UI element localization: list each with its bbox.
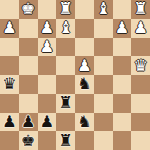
square-b6[interactable]	[19, 38, 38, 57]
square-c8[interactable]	[38, 0, 57, 19]
square-h4[interactable]	[131, 75, 150, 94]
square-f8[interactable]: ♝	[94, 0, 113, 19]
piece-white-rook[interactable]: ♜	[58, 1, 72, 17]
square-a4[interactable]: ♛	[0, 75, 19, 94]
piece-white-bishop[interactable]: ♝	[96, 1, 110, 17]
square-h2[interactable]	[131, 113, 150, 132]
square-g4[interactable]	[113, 75, 132, 94]
square-c3[interactable]	[38, 94, 57, 113]
square-h6[interactable]	[131, 38, 150, 57]
square-d8[interactable]: ♜	[56, 0, 75, 19]
square-g3[interactable]	[113, 94, 132, 113]
piece-white-pawn[interactable]: ♟	[133, 20, 147, 36]
piece-white-pawn[interactable]: ♟	[115, 20, 129, 36]
square-g1[interactable]	[113, 131, 132, 150]
square-b1[interactable]: ♚	[19, 131, 38, 150]
piece-black-queen[interactable]: ♛	[2, 76, 16, 92]
square-e2[interactable]: ♞	[75, 113, 94, 132]
piece-black-rook[interactable]: ♜	[58, 95, 72, 111]
square-a6[interactable]	[0, 38, 19, 57]
square-e3[interactable]	[75, 94, 94, 113]
square-e7[interactable]	[75, 19, 94, 38]
square-f7[interactable]	[94, 19, 113, 38]
square-g8[interactable]	[113, 0, 132, 19]
square-c7[interactable]: ♟	[38, 19, 57, 38]
piece-black-rook[interactable]: ♜	[58, 133, 72, 149]
square-c5[interactable]	[38, 56, 57, 75]
square-h7[interactable]: ♟	[131, 19, 150, 38]
square-f1[interactable]	[94, 131, 113, 150]
square-b5[interactable]	[19, 56, 38, 75]
square-c6[interactable]: ♟	[38, 38, 57, 57]
square-g5[interactable]	[113, 56, 132, 75]
piece-white-pawn[interactable]: ♟	[40, 39, 54, 55]
piece-black-knight[interactable]: ♞	[77, 114, 91, 130]
square-e5[interactable]: ♟	[75, 56, 94, 75]
piece-black-pawn[interactable]: ♟	[2, 114, 16, 130]
square-d1[interactable]: ♜	[56, 131, 75, 150]
piece-black-king[interactable]: ♚	[21, 133, 35, 149]
square-b4[interactable]	[19, 75, 38, 94]
square-e8[interactable]	[75, 0, 94, 19]
square-d5[interactable]	[56, 56, 75, 75]
square-a3[interactable]	[0, 94, 19, 113]
piece-black-pawn[interactable]: ♟	[21, 114, 35, 130]
square-h1[interactable]	[131, 131, 150, 150]
piece-white-pawn[interactable]: ♟	[2, 20, 16, 36]
piece-black-pawn[interactable]: ♟	[40, 114, 54, 130]
square-a5[interactable]	[0, 56, 19, 75]
piece-white-pawn[interactable]: ♟	[40, 20, 54, 36]
square-d3[interactable]: ♜	[56, 94, 75, 113]
square-f6[interactable]	[94, 38, 113, 57]
square-a1[interactable]	[0, 131, 19, 150]
square-b2[interactable]: ♟	[19, 113, 38, 132]
square-h5[interactable]: ♛	[131, 56, 150, 75]
square-e1[interactable]	[75, 131, 94, 150]
piece-white-king[interactable]: ♚	[21, 1, 35, 17]
square-d7[interactable]: ♝	[56, 19, 75, 38]
piece-white-queen[interactable]: ♛	[133, 58, 147, 74]
square-e6[interactable]	[75, 38, 94, 57]
square-d4[interactable]	[56, 75, 75, 94]
square-a7[interactable]: ♟	[0, 19, 19, 38]
square-g6[interactable]	[113, 38, 132, 57]
square-f2[interactable]	[94, 113, 113, 132]
square-b8[interactable]: ♚	[19, 0, 38, 19]
square-d2[interactable]	[56, 113, 75, 132]
square-h3[interactable]	[131, 94, 150, 113]
square-c2[interactable]: ♟	[38, 113, 57, 132]
square-g2[interactable]	[113, 113, 132, 132]
square-d6[interactable]	[56, 38, 75, 57]
square-f3[interactable]	[94, 94, 113, 113]
square-e4[interactable]: ♞	[75, 75, 94, 94]
square-g7[interactable]: ♟	[113, 19, 132, 38]
square-h8[interactable]: ♜	[131, 0, 150, 19]
piece-white-bishop[interactable]: ♝	[58, 20, 72, 36]
piece-black-knight[interactable]: ♞	[77, 76, 91, 92]
square-c1[interactable]	[38, 131, 57, 150]
square-a2[interactable]: ♟	[0, 113, 19, 132]
square-a8[interactable]	[0, 0, 19, 19]
piece-white-pawn[interactable]: ♟	[77, 58, 91, 74]
square-f4[interactable]	[94, 75, 113, 94]
piece-white-rook[interactable]: ♜	[133, 1, 147, 17]
square-b3[interactable]	[19, 94, 38, 113]
square-f5[interactable]	[94, 56, 113, 75]
square-c4[interactable]	[38, 75, 57, 94]
square-b7[interactable]	[19, 19, 38, 38]
chess-board: ♚♜♝♜♟♟♝♟♟♟♟♛♛♞♜♟♟♟♞♚♜	[0, 0, 150, 150]
